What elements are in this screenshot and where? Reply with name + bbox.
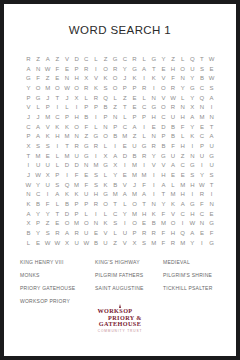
grid-cell: V	[62, 54, 72, 64]
grid-cell: H	[178, 189, 188, 199]
grid-cell: S	[101, 83, 111, 93]
grid-cell: Z	[43, 73, 53, 83]
grid-cell: I	[62, 170, 72, 180]
grid-cell: Y	[187, 238, 197, 248]
grid-cell: E	[120, 141, 130, 151]
grid-cell: G	[81, 151, 91, 161]
grid-cell: I	[197, 238, 207, 248]
grid-cell: Z	[33, 54, 43, 64]
grid-cell: L	[91, 54, 101, 64]
grid-cell: S	[197, 64, 207, 74]
grid-cell: A	[159, 180, 169, 190]
grid-cell: V	[120, 180, 130, 190]
grid-cell: W	[187, 218, 197, 228]
grid-cell: E	[139, 218, 149, 228]
grid-cell: M	[139, 170, 149, 180]
grid-cell: K	[62, 122, 72, 132]
grid-cell: I	[197, 160, 207, 170]
grid-cell: E	[43, 151, 53, 161]
grid-cell: B	[110, 131, 120, 141]
grid-cell: M	[130, 160, 140, 170]
grid-cell: I	[53, 102, 63, 112]
grid-cell: X	[43, 170, 53, 180]
grid-cell: E	[130, 102, 140, 112]
grid-cell: G	[187, 199, 197, 209]
grid-cell: U	[130, 141, 140, 151]
grid-cell: T	[110, 199, 120, 209]
grid-cell: K	[53, 122, 63, 132]
grid-cell: F	[81, 122, 91, 132]
grid-cell: G	[24, 73, 34, 83]
grid-cell: G	[207, 218, 217, 228]
grid-cell: I	[24, 160, 34, 170]
grid-cell: U	[81, 189, 91, 199]
grid-cell: Y	[120, 64, 130, 74]
grid-cell: N	[187, 151, 197, 161]
grid-cell: Q	[101, 93, 111, 103]
grid-cell: N	[101, 122, 111, 132]
grid-cell: I	[139, 160, 149, 170]
grid-cell: P	[130, 83, 140, 93]
grid-cell: G	[207, 238, 217, 248]
grid-cell: T	[149, 64, 159, 74]
grid-cell: E	[33, 238, 43, 248]
grid-cell: H	[168, 64, 178, 74]
grid-cell: M	[130, 209, 140, 219]
grid-cell: I	[91, 151, 101, 161]
grid-cell: O	[81, 218, 91, 228]
grid-cell: C	[178, 209, 188, 219]
grid-cell: K	[101, 180, 111, 190]
grid-cell: C	[159, 112, 169, 122]
grid-cell: E	[207, 209, 217, 219]
grid-cell: N	[178, 102, 188, 112]
grid-cell: D	[120, 151, 130, 161]
grid-cell: N	[81, 160, 91, 170]
grid-cell: Y	[159, 54, 169, 64]
grid-cell: V	[120, 238, 130, 248]
grid-cell: O	[33, 83, 43, 93]
grid-cell: F	[43, 199, 53, 209]
grid-cell: X	[24, 141, 34, 151]
grid-cell: F	[33, 73, 43, 83]
grid-cell: L	[120, 199, 130, 209]
grid-cell: I	[91, 209, 101, 219]
grid-cell: C	[24, 122, 34, 132]
grid-cell: W	[81, 238, 91, 248]
grid-cell: C	[81, 54, 91, 64]
grid-cell: B	[110, 180, 120, 190]
grid-cell: D	[159, 122, 169, 132]
grid-cell: N	[24, 189, 34, 199]
grid-cell: I	[120, 160, 130, 170]
grid-cell: S	[207, 83, 217, 93]
grid-cell: O	[178, 64, 188, 74]
grid-cell: H	[187, 209, 197, 219]
grid-cell: T	[207, 122, 217, 132]
grid-cell: W	[207, 54, 217, 64]
worksop-priory-logo: WORKSOP PRIORY & GATEHOUSE COMMUNITY TRU…	[4, 304, 236, 333]
grid-cell: K	[43, 131, 53, 141]
grid-cell: I	[149, 83, 159, 93]
grid-cell: Z	[178, 151, 188, 161]
grid-cell: X	[187, 102, 197, 112]
grid-cell: L	[62, 102, 72, 112]
grid-cell: Q	[178, 228, 188, 238]
grid-cell: M	[72, 218, 82, 228]
grid-cell: L	[81, 209, 91, 219]
grid-cell: F	[197, 199, 207, 209]
grid-cell: H	[139, 209, 149, 219]
grid-cell: W	[24, 180, 34, 190]
grid-cell: I	[207, 102, 217, 112]
grid-cell: L	[139, 93, 149, 103]
grid-cell: R	[139, 228, 149, 238]
grid-cell: Y	[33, 209, 43, 219]
grid-cell: M	[168, 189, 178, 199]
grid-cell: P	[72, 199, 82, 209]
grid-cell: B	[81, 112, 91, 122]
grid-cell: A	[207, 93, 217, 103]
grid-cell: P	[24, 131, 34, 141]
grid-cell: E	[197, 122, 207, 132]
grid-cell: N	[91, 218, 101, 228]
grid-cell: C	[33, 189, 43, 199]
grid-cell: P	[33, 218, 43, 228]
grid-cell: X	[81, 73, 91, 83]
grid-cell: Y	[178, 83, 188, 93]
grid-cell: P	[130, 228, 140, 238]
grid-cell: M	[130, 189, 140, 199]
grid-cell: B	[149, 218, 159, 228]
grid-cell: C	[178, 160, 188, 170]
grid-cell: X	[110, 160, 120, 170]
grid-cell: R	[91, 93, 101, 103]
grid-cell: O	[130, 199, 140, 209]
grid-cell: C	[197, 131, 207, 141]
grid-cell: V	[149, 160, 159, 170]
grid-cell: P	[101, 112, 111, 122]
grid-cell: L	[53, 199, 63, 209]
grid-cell: K	[101, 73, 111, 83]
grid-cell: Z	[81, 131, 91, 141]
grid-cell: O	[101, 131, 111, 141]
grid-cell: D	[72, 54, 82, 64]
grid-cell: I	[149, 170, 159, 180]
grid-cell: Y	[159, 199, 169, 209]
grid-cell: T	[53, 209, 63, 219]
grid-cell: Y	[33, 228, 43, 238]
grid-cell: O	[101, 199, 111, 209]
grid-cell: P	[62, 112, 72, 122]
grid-cell: P	[159, 131, 169, 141]
grid-cell: L	[120, 112, 130, 122]
grid-cell: O	[53, 83, 63, 93]
grid-cell: M	[33, 151, 43, 161]
grid-cell: J	[24, 112, 34, 122]
grid-cell: B	[168, 131, 178, 141]
grid-cell: J	[120, 73, 130, 83]
grid-cell: R	[130, 54, 140, 64]
grid-cell: M	[62, 151, 72, 161]
grid-cell: U	[101, 238, 111, 248]
grid-cell: C	[53, 112, 63, 122]
grid-cell: E	[53, 73, 63, 83]
grid-cell: X	[24, 218, 34, 228]
grid-cell: E	[168, 170, 178, 180]
grid-cell: C	[120, 54, 130, 64]
grid-cell: F	[81, 180, 91, 190]
grid-cell: R	[91, 199, 101, 209]
grid-cell: H	[178, 112, 188, 122]
grid-cell: U	[72, 151, 82, 161]
grid-cell: V	[168, 209, 178, 219]
grid-cell: Z	[110, 238, 120, 248]
grid-cell: U	[207, 160, 217, 170]
grid-cell: Q	[187, 54, 197, 64]
word-list-item: KING'S HIGHWAY	[95, 260, 163, 265]
grid-cell: M	[159, 218, 169, 228]
grid-cell: U	[197, 151, 207, 161]
grid-cell: R	[72, 141, 82, 151]
grid-cell: Z	[53, 54, 63, 64]
word-list-item: TICKHILL PSALTER	[163, 286, 230, 291]
grid-cell: B	[91, 238, 101, 248]
page-title: WORD SEARCH 1	[4, 24, 236, 36]
grid-cell: C	[197, 83, 207, 93]
grid-cell: V	[91, 73, 101, 83]
grid-cell: P	[139, 112, 149, 122]
grid-cell: A	[33, 131, 43, 141]
grid-cell: K	[91, 83, 101, 93]
grid-cell: B	[197, 73, 207, 83]
grid-cell: V	[159, 73, 169, 83]
grid-cell: N	[149, 131, 159, 141]
word-list-item: MEDIEVAL	[163, 260, 230, 265]
grid-cell: U	[81, 228, 91, 238]
grid-cell: D	[62, 160, 72, 170]
grid-cell: I	[149, 180, 159, 190]
grid-cell: N	[197, 102, 207, 112]
grid-cell: N	[72, 131, 82, 141]
word-search-page: WORD SEARCH 1 RZAZVDCLZGCRLGYZLQTWANWFEP…	[0, 0, 240, 360]
grid-cell: N	[207, 199, 217, 209]
grid-cell: E	[53, 218, 63, 228]
grid-cell: A	[139, 189, 149, 199]
grid-cell: P	[24, 93, 34, 103]
word-list-item: PILGRIM'S SHRINE	[163, 273, 230, 278]
grid-cell: R	[168, 102, 178, 112]
grid-cell: D	[72, 160, 82, 170]
grid-cell: F	[159, 238, 169, 248]
grid-cell: N	[62, 73, 72, 83]
grid-cell: B	[159, 141, 169, 151]
grid-cell: A	[207, 131, 217, 141]
grid-cell: A	[33, 122, 43, 132]
grid-cell: R	[149, 228, 159, 238]
grid-cell: Z	[43, 218, 53, 228]
grid-cell: E	[130, 93, 140, 103]
grid-cell: O	[72, 83, 82, 93]
grid-cell: I	[139, 122, 149, 132]
grid-cell: Y	[110, 170, 120, 180]
grid-cell: M	[72, 180, 82, 190]
grid-cell: E	[178, 170, 188, 180]
grid-cell: P	[72, 64, 82, 74]
grid-cell: A	[53, 189, 63, 199]
grid-cell: Y	[187, 122, 197, 132]
grid-cell: Q	[197, 93, 207, 103]
grid-cell: B	[168, 122, 178, 132]
grid-cell: P	[81, 102, 91, 112]
grid-cell: F	[159, 209, 169, 219]
grid-cell: A	[187, 228, 197, 238]
grid-cell: I	[53, 141, 63, 151]
grid-cell: M	[62, 131, 72, 141]
grid-cell: G	[101, 160, 111, 170]
grid-cell: S	[43, 228, 53, 238]
grid-cell: P	[91, 102, 101, 112]
grid-cell: L	[101, 209, 111, 219]
grid-cell: T	[159, 189, 169, 199]
grid-cell: K	[149, 209, 159, 219]
logo-line-3: GATEHOUSE	[99, 321, 141, 328]
grid-cell: K	[101, 218, 111, 228]
grid-cell: H	[168, 228, 178, 238]
grid-cell: M	[130, 170, 140, 180]
grid-cell: Y	[197, 170, 207, 180]
grid-cell: W	[33, 170, 43, 180]
grid-cell: F	[159, 228, 169, 238]
grid-cell: I	[110, 141, 120, 151]
grid-cell: L	[53, 151, 63, 161]
grid-cell: W	[62, 83, 72, 93]
grid-cell: C	[197, 209, 207, 219]
grid-cell: V	[159, 160, 169, 170]
grid-cell: L	[178, 54, 188, 64]
grid-cell: U	[168, 151, 178, 161]
grid-cell: L	[139, 54, 149, 64]
grid-cell: W	[43, 238, 53, 248]
grid-cell: S	[53, 180, 63, 190]
grid-cell: R	[81, 83, 91, 93]
grid-cell: N	[178, 73, 188, 83]
grid-cell: U	[72, 238, 82, 248]
grid-cell: T	[62, 141, 72, 151]
grid-cell: Y	[187, 73, 197, 83]
grid-cell: G	[149, 54, 159, 64]
word-list-item: KING HENRY VIII	[20, 260, 95, 265]
grid-cell: Z	[101, 54, 111, 64]
grid-cell: A	[178, 199, 188, 209]
grid-cell: Z	[120, 93, 130, 103]
grid-cell: Q	[62, 180, 72, 190]
grid-cell: R	[168, 83, 178, 93]
grid-cell: M	[178, 180, 188, 190]
grid-cell: W	[168, 93, 178, 103]
word-list-item: PILGRIM FATHERS	[95, 273, 163, 278]
grid-cell: L	[110, 228, 120, 238]
grid-cell: S	[33, 141, 43, 151]
grid-cell: M	[197, 112, 207, 122]
grid-cell: E	[159, 64, 169, 74]
grid-cell: S	[110, 218, 120, 228]
grid-cell: M	[149, 238, 159, 248]
grid-cell: K	[24, 199, 34, 209]
grid-cell: Y	[24, 83, 34, 93]
grid-cell: K	[187, 131, 197, 141]
grid-cell: U	[207, 141, 217, 151]
grid-cell: H	[91, 189, 101, 199]
grid-cell: K	[130, 73, 140, 83]
grid-cell: L	[81, 93, 91, 103]
grid-cell: G	[110, 54, 120, 64]
word-list-item: SAINT AUGUSTINE	[95, 286, 163, 291]
grid-cell: N	[149, 199, 159, 209]
grid-cell: T	[24, 151, 34, 161]
grid-cell: O	[168, 218, 178, 228]
grid-cell: O	[159, 102, 169, 112]
grid-cell: M	[110, 189, 120, 199]
grid-cell: R	[24, 54, 34, 64]
grid-cell: O	[101, 64, 111, 74]
grid-cell: H	[72, 112, 82, 122]
grid-cell: I	[139, 73, 149, 83]
grid-cell: B	[130, 151, 140, 161]
grid-cell: L	[33, 102, 43, 112]
grid-cell: K	[168, 199, 178, 209]
grid-cell: P	[110, 122, 120, 132]
grid-cell: O	[130, 218, 140, 228]
grid-cell: G	[207, 151, 217, 161]
grid-cell: L	[101, 170, 111, 180]
grid-cell: E	[197, 228, 207, 238]
grid-cell: F	[139, 180, 149, 190]
grid-cell: H	[178, 141, 188, 151]
grid-cell: V	[43, 122, 53, 132]
grid-cell: Y	[120, 209, 130, 219]
grid-cell: F	[53, 64, 63, 74]
grid-cell: F	[207, 228, 217, 238]
grid-cell: A	[120, 189, 130, 199]
grid-cell: X	[62, 238, 72, 248]
grid-cell: S	[207, 170, 217, 180]
grid-cell: G	[81, 141, 91, 151]
grid-cell: I	[178, 218, 188, 228]
grid-cell: E	[91, 228, 101, 238]
grid-cell: S	[139, 238, 149, 248]
grid-cell: L	[53, 160, 63, 170]
grid-cell: H	[187, 180, 197, 190]
grid-cell: G	[187, 160, 197, 170]
grid-cell: G	[159, 151, 169, 161]
grid-cell: A	[139, 64, 149, 74]
grid-cell: H	[149, 112, 159, 122]
word-list-item: MONKS	[20, 273, 95, 278]
grid-cell: K	[72, 189, 82, 199]
grid-cell: G	[101, 189, 111, 199]
grid-cell: Z	[130, 131, 140, 141]
grid-cell: W	[43, 64, 53, 74]
grid-cell: G	[130, 64, 140, 74]
grid-cell: W	[53, 238, 63, 248]
grid-cell: J	[33, 112, 43, 122]
grid-cell: R	[91, 141, 101, 151]
grid-cell: A	[62, 228, 72, 238]
grid-cell: F	[168, 73, 178, 83]
grid-cell: P	[72, 209, 82, 219]
grid-cell: U	[33, 160, 43, 170]
